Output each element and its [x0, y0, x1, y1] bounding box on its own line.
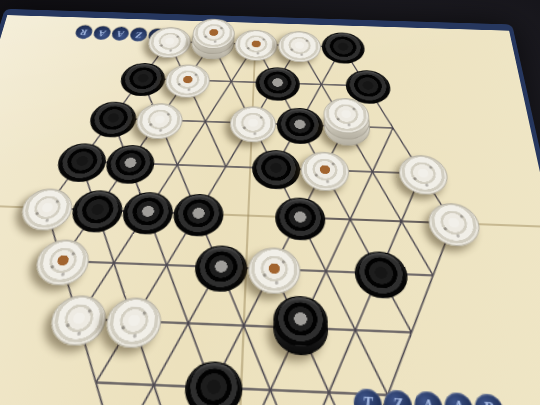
- piece-top-face: [171, 193, 224, 237]
- black-piece-r4p2[interactable]: [103, 144, 154, 182]
- white-piece-r5p1[interactable]: [18, 188, 74, 229]
- piece-top-face: [69, 190, 126, 234]
- piece-top-face: [397, 154, 450, 195]
- black-piece-r5p2[interactable]: [69, 190, 123, 232]
- white-piece-r4p8[interactable]: [397, 154, 447, 193]
- piece-top-face: [300, 151, 349, 192]
- piece-top-face: [251, 149, 300, 190]
- white-piece-r3p2[interactable]: [134, 103, 182, 138]
- black-piece-r2p1[interactable]: [118, 62, 165, 95]
- white-piece-r2p2[interactable]: [163, 64, 208, 97]
- piece-top-face: [87, 101, 139, 138]
- piece-top-face: [229, 106, 276, 143]
- white-piece-r1p1[interactable]: [146, 27, 190, 57]
- black-piece-r3p5[interactable]: [277, 107, 322, 143]
- piece-top-face: [254, 67, 299, 102]
- piece-top-face: [118, 62, 167, 96]
- black-piece-r7p5[interactable]: [273, 295, 326, 354]
- piece-top-face: [18, 188, 76, 232]
- piece-top-face: [32, 239, 92, 287]
- piece-top-face: [275, 197, 326, 241]
- white-piece-r6p5[interactable]: [247, 247, 298, 293]
- white-piece-r7p1[interactable]: [47, 294, 107, 344]
- white-piece-r1p3[interactable]: [234, 29, 276, 60]
- piece-top-face: [134, 103, 184, 140]
- piece-top-face: [278, 31, 321, 63]
- piece-top-face: [321, 32, 365, 64]
- white-piece-r4p6[interactable]: [300, 151, 347, 190]
- white-piece-r3p6[interactable]: [323, 97, 369, 144]
- black-piece-r3p1[interactable]: [87, 101, 136, 136]
- black-piece-r4p5[interactable]: [251, 149, 298, 188]
- pieces-layer: [0, 15, 540, 405]
- white-piece-r5p9[interactable]: [426, 202, 480, 245]
- black-piece-r1p5[interactable]: [321, 32, 363, 63]
- white-piece-r1p2[interactable]: [190, 18, 234, 58]
- piece-top-face: [277, 107, 324, 145]
- piece-top-face: [163, 64, 210, 98]
- white-piece-r7p2[interactable]: [103, 297, 161, 347]
- white-piece-r1p4[interactable]: [278, 31, 319, 62]
- white-piece-r3p4[interactable]: [229, 106, 274, 142]
- piece-top-face: [103, 144, 156, 184]
- black-piece-r6p7[interactable]: [353, 251, 406, 297]
- piece-top-face: [146, 27, 192, 59]
- black-piece-r2p4[interactable]: [254, 67, 297, 100]
- piece-top-face: [193, 245, 248, 293]
- black-piece-r4p1[interactable]: [54, 143, 106, 181]
- piece-top-face: [54, 143, 109, 183]
- piece-top-face: [234, 29, 278, 61]
- black-piece-r5p6[interactable]: [275, 197, 324, 239]
- black-piece-r6p4[interactable]: [193, 245, 246, 291]
- tzaar-board: TZAAR TZAAR: [0, 9, 540, 405]
- black-piece-r5p3[interactable]: [120, 191, 173, 233]
- piece-top-face: [103, 297, 164, 350]
- piece-top-face: [353, 251, 409, 300]
- piece-top-face: [182, 360, 243, 405]
- black-piece-r8p3[interactable]: [182, 360, 240, 405]
- white-piece-r6p1[interactable]: [32, 239, 90, 284]
- black-piece-r5p4[interactable]: [172, 193, 223, 235]
- piece-top-face: [426, 202, 482, 247]
- piece-top-face: [120, 191, 175, 235]
- photo-background: TZAAR TZAAR: [0, 0, 540, 405]
- piece-top-face: [47, 294, 110, 346]
- piece-top-face: [247, 247, 300, 295]
